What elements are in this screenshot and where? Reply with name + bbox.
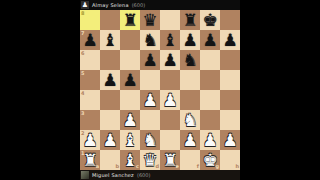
square-d8[interactable]: ♛	[140, 10, 160, 30]
square-b7[interactable]: ♝	[100, 30, 120, 50]
piece-black-knight[interactable]: ♞	[140, 30, 160, 50]
piece-black-pawn[interactable]: ♟	[120, 70, 140, 90]
square-h7[interactable]: ♟	[220, 30, 240, 50]
piece-black-pawn[interactable]: ♟	[200, 30, 220, 50]
square-a5[interactable]: 5	[80, 70, 100, 90]
chess-app-column: ♟ Almay Selena (600) 8♜♛♜♚7♟♝♞♝♟♟♟6♟♟♞5♟…	[80, 0, 240, 180]
square-e2[interactable]	[160, 130, 180, 150]
piece-black-knight[interactable]: ♞	[180, 50, 200, 70]
piece-white-pawn[interactable]: ♟	[180, 130, 200, 150]
top-player-rating: (600)	[132, 3, 145, 8]
square-c1[interactable]: c♝	[120, 150, 140, 170]
square-c2[interactable]: ♝	[120, 130, 140, 150]
piece-white-pawn[interactable]: ♟	[160, 90, 180, 110]
piece-black-pawn[interactable]: ♟	[160, 50, 180, 70]
top-player-avatar[interactable]: ♟	[81, 1, 89, 9]
piece-black-bishop[interactable]: ♝	[100, 30, 120, 50]
rank-label-4: 4	[81, 91, 84, 96]
piece-black-rook[interactable]: ♜	[180, 10, 200, 30]
bottom-player-rating: (600)	[137, 173, 150, 178]
file-label-b: b	[115, 164, 119, 169]
piece-black-rook[interactable]: ♜	[120, 10, 140, 30]
piece-white-rook[interactable]: ♜	[80, 150, 100, 170]
square-h4[interactable]	[220, 90, 240, 110]
square-a8[interactable]: 8	[80, 10, 100, 30]
square-g2[interactable]: ♟	[200, 130, 220, 150]
right-letterbox	[240, 0, 320, 180]
square-h3[interactable]	[220, 110, 240, 130]
square-e8[interactable]	[160, 10, 180, 30]
square-h6[interactable]	[220, 50, 240, 70]
square-f6[interactable]: ♞	[180, 50, 200, 70]
square-d5[interactable]	[140, 70, 160, 90]
chess-board[interactable]: 8♜♛♜♚7♟♝♞♝♟♟♟6♟♟♞5♟♟4♟♟3♟♞2♟♟♝♞♟♟♟1a♜bc♝…	[80, 10, 240, 170]
bottom-player-bar: Miguel Sanchez (600)	[80, 170, 240, 180]
square-f7[interactable]: ♟	[180, 30, 200, 50]
top-player-bar: ♟ Almay Selena (600)	[80, 0, 240, 10]
piece-white-pawn[interactable]: ♟	[80, 130, 100, 150]
piece-white-bishop[interactable]: ♝	[120, 150, 140, 170]
bottom-player-avatar[interactable]	[81, 171, 89, 179]
square-a3[interactable]: 3	[80, 110, 100, 130]
piece-black-bishop[interactable]: ♝	[160, 30, 180, 50]
square-c7[interactable]	[120, 30, 140, 50]
file-label-h: h	[235, 164, 239, 169]
rank-label-5: 5	[81, 71, 84, 76]
pawn-silhouette-icon: ♟	[82, 2, 88, 9]
square-d1[interactable]: d♛	[140, 150, 160, 170]
square-b3[interactable]	[100, 110, 120, 130]
square-c4[interactable]	[120, 90, 140, 110]
square-h8[interactable]	[220, 10, 240, 30]
file-label-f: f	[197, 164, 199, 169]
square-g1[interactable]: g♚	[200, 150, 220, 170]
square-h2[interactable]: ♟	[220, 130, 240, 150]
square-a4[interactable]: 4	[80, 90, 100, 110]
square-b2[interactable]: ♟	[100, 130, 120, 150]
rank-label-8: 8	[81, 11, 84, 16]
piece-white-bishop[interactable]: ♝	[120, 130, 140, 150]
top-player-name[interactable]: Almay Selena	[92, 3, 129, 8]
piece-black-queen[interactable]: ♛	[140, 10, 160, 30]
square-g8[interactable]: ♚	[200, 10, 220, 30]
square-b6[interactable]	[100, 50, 120, 70]
square-e5[interactable]	[160, 70, 180, 90]
square-f1[interactable]: f	[180, 150, 200, 170]
square-e1[interactable]: e♜	[160, 150, 180, 170]
square-g7[interactable]: ♟	[200, 30, 220, 50]
left-letterbox	[0, 0, 80, 180]
square-b8[interactable]	[100, 10, 120, 30]
piece-white-pawn[interactable]: ♟	[120, 110, 140, 130]
video-frame: ♟ Almay Selena (600) 8♜♛♜♚7♟♝♞♝♟♟♟6♟♟♞5♟…	[0, 0, 320, 180]
square-a6[interactable]: 6	[80, 50, 100, 70]
piece-black-pawn[interactable]: ♟	[80, 30, 100, 50]
piece-white-king[interactable]: ♚	[200, 150, 220, 170]
square-g4[interactable]	[200, 90, 220, 110]
piece-white-knight[interactable]: ♞	[180, 110, 200, 130]
piece-white-rook[interactable]: ♜	[160, 150, 180, 170]
square-g5[interactable]	[200, 70, 220, 90]
piece-black-king[interactable]: ♚	[200, 10, 220, 30]
square-g6[interactable]	[200, 50, 220, 70]
piece-white-pawn[interactable]: ♟	[200, 130, 220, 150]
square-e6[interactable]: ♟	[160, 50, 180, 70]
piece-black-pawn[interactable]: ♟	[140, 50, 160, 70]
square-a1[interactable]: 1a♜	[80, 150, 100, 170]
square-c3[interactable]: ♟	[120, 110, 140, 130]
square-c6[interactable]	[120, 50, 140, 70]
square-g3[interactable]	[200, 110, 220, 130]
square-h5[interactable]	[220, 70, 240, 90]
piece-black-pawn[interactable]: ♟	[220, 30, 240, 50]
square-f4[interactable]	[180, 90, 200, 110]
square-e4[interactable]: ♟	[160, 90, 180, 110]
square-e3[interactable]	[160, 110, 180, 130]
square-d4[interactable]: ♟	[140, 90, 160, 110]
square-c5[interactable]: ♟	[120, 70, 140, 90]
square-b1[interactable]: b	[100, 150, 120, 170]
square-d2[interactable]: ♞	[140, 130, 160, 150]
square-b5[interactable]: ♟	[100, 70, 120, 90]
piece-white-pawn[interactable]: ♟	[220, 130, 240, 150]
square-f5[interactable]	[180, 70, 200, 90]
square-f3[interactable]: ♞	[180, 110, 200, 130]
square-d3[interactable]	[140, 110, 160, 130]
square-f2[interactable]: ♟	[180, 130, 200, 150]
piece-white-knight[interactable]: ♞	[140, 130, 160, 150]
square-d6[interactable]: ♟	[140, 50, 160, 70]
rank-label-3: 3	[81, 111, 84, 116]
rank-label-6: 6	[81, 51, 84, 56]
square-f8[interactable]: ♜	[180, 10, 200, 30]
square-b4[interactable]	[100, 90, 120, 110]
piece-white-pawn[interactable]: ♟	[100, 130, 120, 150]
square-h1[interactable]: h	[220, 150, 240, 170]
square-a2[interactable]: 2♟	[80, 130, 100, 150]
piece-black-pawn[interactable]: ♟	[100, 70, 120, 90]
square-c8[interactable]: ♜	[120, 10, 140, 30]
piece-white-pawn[interactable]: ♟	[140, 90, 160, 110]
square-e7[interactable]: ♝	[160, 30, 180, 50]
piece-white-queen[interactable]: ♛	[140, 150, 160, 170]
square-a7[interactable]: 7♟	[80, 30, 100, 50]
piece-black-pawn[interactable]: ♟	[180, 30, 200, 50]
bottom-player-name[interactable]: Miguel Sanchez	[92, 173, 134, 178]
square-d7[interactable]: ♞	[140, 30, 160, 50]
